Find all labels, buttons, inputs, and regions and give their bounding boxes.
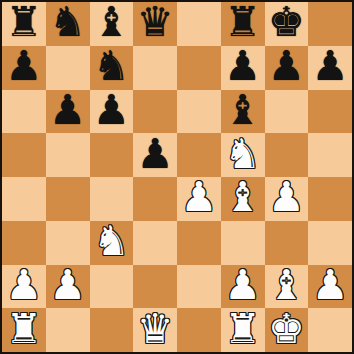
square-h6[interactable]	[308, 90, 352, 134]
square-a8[interactable]: ♜	[2, 2, 46, 46]
square-d1[interactable]: ♛	[133, 308, 177, 352]
square-c2[interactable]	[90, 265, 134, 309]
square-c4[interactable]	[90, 177, 134, 221]
piece-black-pawn[interactable]: ♟	[93, 90, 130, 131]
square-a3[interactable]	[2, 221, 46, 265]
square-b4[interactable]	[46, 177, 90, 221]
square-e6[interactable]	[177, 90, 221, 134]
square-b3[interactable]	[46, 221, 90, 265]
square-c6[interactable]: ♟	[90, 90, 134, 134]
square-h8[interactable]	[308, 2, 352, 46]
square-e1[interactable]	[177, 308, 221, 352]
square-g4[interactable]: ♟	[265, 177, 309, 221]
piece-white-pawn[interactable]: ♟	[312, 265, 349, 306]
square-g2[interactable]: ♝	[265, 265, 309, 309]
piece-black-knight[interactable]: ♞	[93, 46, 130, 87]
square-a7[interactable]: ♟	[2, 46, 46, 90]
piece-white-knight[interactable]: ♞	[93, 221, 130, 262]
square-f7[interactable]: ♟	[221, 46, 265, 90]
square-f1[interactable]: ♜	[221, 308, 265, 352]
piece-black-pawn[interactable]: ♟	[137, 134, 174, 175]
piece-white-pawn[interactable]: ♟	[49, 265, 86, 306]
square-h3[interactable]	[308, 221, 352, 265]
square-a4[interactable]	[2, 177, 46, 221]
piece-white-rook[interactable]: ♜	[224, 309, 261, 350]
piece-black-bishop[interactable]: ♝	[224, 90, 261, 131]
square-e4[interactable]: ♟	[177, 177, 221, 221]
piece-white-rook[interactable]: ♜	[5, 309, 42, 350]
piece-black-king[interactable]: ♚	[268, 2, 305, 43]
square-e2[interactable]	[177, 265, 221, 309]
piece-white-pawn[interactable]: ♟	[5, 265, 42, 306]
piece-black-pawn[interactable]: ♟	[268, 46, 305, 87]
square-f3[interactable]	[221, 221, 265, 265]
square-g1[interactable]: ♚	[265, 308, 309, 352]
square-b7[interactable]	[46, 46, 90, 90]
square-g3[interactable]	[265, 221, 309, 265]
piece-black-bishop[interactable]: ♝	[93, 2, 130, 43]
square-d4[interactable]	[133, 177, 177, 221]
piece-white-queen[interactable]: ♛	[137, 309, 174, 350]
square-d3[interactable]	[133, 221, 177, 265]
square-d2[interactable]	[133, 265, 177, 309]
square-f6[interactable]: ♝	[221, 90, 265, 134]
square-c7[interactable]: ♞	[90, 46, 134, 90]
square-f5[interactable]: ♞	[221, 133, 265, 177]
square-d6[interactable]	[133, 90, 177, 134]
square-h2[interactable]: ♟	[308, 265, 352, 309]
square-b8[interactable]: ♞	[46, 2, 90, 46]
square-g7[interactable]: ♟	[265, 46, 309, 90]
piece-white-pawn[interactable]: ♟	[180, 177, 217, 218]
square-g5[interactable]	[265, 133, 309, 177]
square-b2[interactable]: ♟	[46, 265, 90, 309]
square-a6[interactable]	[2, 90, 46, 134]
piece-black-rook[interactable]: ♜	[224, 2, 261, 43]
square-d8[interactable]: ♛	[133, 2, 177, 46]
square-f2[interactable]: ♟	[221, 265, 265, 309]
square-h7[interactable]: ♟	[308, 46, 352, 90]
square-e7[interactable]	[177, 46, 221, 90]
chess-board: ♜♞♝♛♜♚♟♞♟♟♟♟♟♝♟♞♟♝♟♞♟♟♟♝♟♜♛♜♚	[0, 0, 354, 354]
piece-black-knight[interactable]: ♞	[49, 2, 86, 43]
piece-white-pawn[interactable]: ♟	[224, 265, 261, 306]
square-e5[interactable]	[177, 133, 221, 177]
square-e8[interactable]	[177, 2, 221, 46]
square-a2[interactable]: ♟	[2, 265, 46, 309]
square-h5[interactable]	[308, 133, 352, 177]
piece-white-pawn[interactable]: ♟	[268, 177, 305, 218]
square-a5[interactable]	[2, 133, 46, 177]
square-f4[interactable]: ♝	[221, 177, 265, 221]
square-g6[interactable]	[265, 90, 309, 134]
square-e3[interactable]	[177, 221, 221, 265]
square-b6[interactable]: ♟	[46, 90, 90, 134]
piece-white-bishop[interactable]: ♝	[224, 177, 261, 218]
square-h1[interactable]	[308, 308, 352, 352]
square-f8[interactable]: ♜	[221, 2, 265, 46]
piece-black-pawn[interactable]: ♟	[5, 46, 42, 87]
square-g8[interactable]: ♚	[265, 2, 309, 46]
square-c1[interactable]	[90, 308, 134, 352]
piece-black-pawn[interactable]: ♟	[49, 90, 86, 131]
square-d7[interactable]	[133, 46, 177, 90]
square-b1[interactable]	[46, 308, 90, 352]
piece-black-pawn[interactable]: ♟	[312, 46, 349, 87]
piece-white-knight[interactable]: ♞	[224, 134, 261, 175]
square-c8[interactable]: ♝	[90, 2, 134, 46]
square-d5[interactable]: ♟	[133, 133, 177, 177]
piece-black-pawn[interactable]: ♟	[224, 46, 261, 87]
piece-white-king[interactable]: ♚	[268, 309, 305, 350]
piece-white-bishop[interactable]: ♝	[268, 265, 305, 306]
square-b5[interactable]	[46, 133, 90, 177]
piece-black-rook[interactable]: ♜	[5, 2, 42, 43]
square-a1[interactable]: ♜	[2, 308, 46, 352]
square-h4[interactable]	[308, 177, 352, 221]
square-c3[interactable]: ♞	[90, 221, 134, 265]
square-c5[interactable]	[90, 133, 134, 177]
piece-black-queen[interactable]: ♛	[137, 2, 174, 43]
chess-board-container: ♜♞♝♛♜♚♟♞♟♟♟♟♟♝♟♞♟♝♟♞♟♟♟♝♟♜♛♜♚	[0, 0, 354, 354]
